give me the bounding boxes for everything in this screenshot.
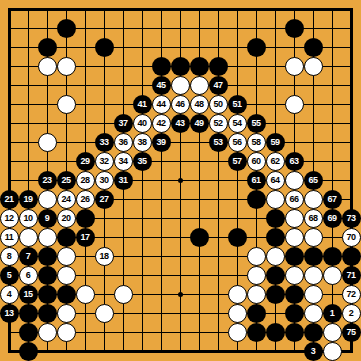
white-stone — [285, 228, 304, 247]
white-stone — [114, 285, 133, 304]
black-stone — [342, 247, 361, 266]
black-stone — [209, 57, 228, 76]
white-stone — [95, 304, 114, 323]
black-stone-move-65: 65 — [304, 171, 323, 190]
black-stone-move-1: 1 — [323, 304, 342, 323]
black-stone — [304, 38, 323, 57]
black-stone-move-21: 21 — [0, 190, 19, 209]
black-stone — [190, 57, 209, 76]
white-stone-move-38: 38 — [133, 133, 152, 152]
white-stone-move-34: 34 — [114, 152, 133, 171]
white-stone — [323, 342, 342, 361]
black-stone — [285, 19, 304, 38]
white-stone — [57, 304, 76, 323]
white-stone-move-72: 72 — [342, 285, 361, 304]
white-stone-move-50: 50 — [209, 95, 228, 114]
white-stone-move-36: 36 — [114, 133, 133, 152]
black-stone-move-25: 25 — [57, 171, 76, 190]
black-stone — [152, 57, 171, 76]
black-stone — [285, 304, 304, 323]
white-stone — [304, 266, 323, 285]
white-stone — [57, 247, 76, 266]
white-stone — [228, 304, 247, 323]
black-stone-move-3: 3 — [304, 342, 323, 361]
black-stone-move-15: 15 — [19, 285, 38, 304]
white-stone — [38, 133, 57, 152]
black-stone — [247, 304, 266, 323]
white-stone-move-44: 44 — [152, 95, 171, 114]
black-stone — [95, 38, 114, 57]
black-stone — [38, 38, 57, 57]
black-stone-move-9: 9 — [38, 209, 57, 228]
black-stone — [266, 266, 285, 285]
white-stone-move-40: 40 — [133, 114, 152, 133]
white-stone — [57, 323, 76, 342]
black-stone — [19, 323, 38, 342]
white-stone — [38, 228, 57, 247]
white-stone — [266, 247, 285, 266]
white-stone-move-18: 18 — [95, 247, 114, 266]
black-stone-move-37: 37 — [114, 114, 133, 133]
black-stone-move-57: 57 — [228, 152, 247, 171]
black-stone — [57, 285, 76, 304]
white-stone — [323, 266, 342, 285]
white-stone — [247, 247, 266, 266]
white-stone — [57, 95, 76, 114]
black-stone — [190, 228, 209, 247]
black-stone — [285, 285, 304, 304]
black-stone — [57, 228, 76, 247]
black-stone — [266, 285, 285, 304]
black-stone — [247, 38, 266, 57]
black-stone — [38, 285, 57, 304]
black-stone — [323, 247, 342, 266]
black-stone-move-29: 29 — [76, 152, 95, 171]
white-stone-move-12: 12 — [0, 209, 19, 228]
black-stone-move-43: 43 — [171, 114, 190, 133]
white-stone-move-54: 54 — [228, 114, 247, 133]
black-stone-move-69: 69 — [323, 209, 342, 228]
white-stone — [304, 304, 323, 323]
white-stone-move-60: 60 — [247, 152, 266, 171]
white-stone-move-20: 20 — [57, 209, 76, 228]
white-stone — [285, 266, 304, 285]
black-stone — [38, 304, 57, 323]
white-stone — [304, 228, 323, 247]
black-stone-move-75: 75 — [342, 323, 361, 342]
black-stone-move-31: 31 — [114, 171, 133, 190]
black-stone — [38, 266, 57, 285]
white-stone-move-68: 68 — [304, 209, 323, 228]
white-stone — [57, 266, 76, 285]
black-stone-move-59: 59 — [266, 133, 285, 152]
white-stone-move-11: 11 — [0, 228, 19, 247]
black-stone — [247, 190, 266, 209]
white-stone-move-28: 28 — [76, 171, 95, 190]
white-stone — [285, 95, 304, 114]
white-stone-move-56: 56 — [228, 133, 247, 152]
black-stone-move-47: 47 — [209, 76, 228, 95]
black-stone — [266, 228, 285, 247]
white-stone-move-32: 32 — [95, 152, 114, 171]
white-stone — [285, 57, 304, 76]
black-stone-move-35: 35 — [133, 152, 152, 171]
black-stone — [19, 342, 38, 361]
black-stone — [285, 323, 304, 342]
white-stone-move-6: 6 — [19, 266, 38, 285]
black-stone — [38, 247, 57, 266]
black-stone — [247, 323, 266, 342]
black-stone-move-51: 51 — [228, 95, 247, 114]
white-stone — [285, 209, 304, 228]
white-stone-move-70: 70 — [342, 228, 361, 247]
black-stone-move-49: 49 — [190, 114, 209, 133]
black-stone — [171, 57, 190, 76]
white-stone-move-8: 8 — [0, 247, 19, 266]
black-stone-move-67: 67 — [323, 190, 342, 209]
white-stone — [323, 323, 342, 342]
black-stone-move-7: 7 — [19, 247, 38, 266]
black-stone — [19, 304, 38, 323]
white-stone — [38, 57, 57, 76]
white-stone-move-30: 30 — [95, 171, 114, 190]
black-stone — [285, 247, 304, 266]
black-stone-move-39: 39 — [152, 133, 171, 152]
black-stone — [266, 323, 285, 342]
black-stone — [228, 228, 247, 247]
white-stone-move-10: 10 — [19, 209, 38, 228]
white-stone — [76, 285, 95, 304]
white-stone — [190, 76, 209, 95]
white-stone — [19, 228, 38, 247]
go-board-diagram: 4547414446485051374042434952545533363839… — [0, 0, 361, 361]
black-stone — [304, 247, 323, 266]
black-stone-move-17: 17 — [76, 228, 95, 247]
white-stone-move-26: 26 — [76, 190, 95, 209]
black-stone-move-73: 73 — [342, 209, 361, 228]
black-stone-move-55: 55 — [247, 114, 266, 133]
white-stone — [304, 285, 323, 304]
black-stone-move-13: 13 — [0, 304, 19, 323]
white-stone-move-58: 58 — [247, 133, 266, 152]
white-stone — [304, 57, 323, 76]
white-stone-move-62: 62 — [266, 152, 285, 171]
black-stone-move-71: 71 — [342, 266, 361, 285]
white-stone-move-64: 64 — [266, 171, 285, 190]
black-stone — [76, 209, 95, 228]
white-stone-move-46: 46 — [171, 95, 190, 114]
stones-layer: 4547414446485051374042434952545533363839… — [0, 0, 361, 361]
black-stone-move-61: 61 — [247, 171, 266, 190]
black-stone-move-53: 53 — [209, 133, 228, 152]
black-stone-move-27: 27 — [95, 190, 114, 209]
white-stone — [38, 323, 57, 342]
black-stone-move-19: 19 — [19, 190, 38, 209]
white-stone — [228, 323, 247, 342]
white-stone — [304, 190, 323, 209]
black-stone-move-41: 41 — [133, 95, 152, 114]
white-stone-move-24: 24 — [57, 190, 76, 209]
black-stone-move-63: 63 — [285, 152, 304, 171]
white-stone — [171, 76, 190, 95]
white-stone — [266, 190, 285, 209]
white-stone — [38, 190, 57, 209]
white-stone-move-2: 2 — [342, 304, 361, 323]
white-stone-move-66: 66 — [285, 190, 304, 209]
black-stone-move-33: 33 — [95, 133, 114, 152]
black-stone-move-23: 23 — [38, 171, 57, 190]
white-stone — [247, 285, 266, 304]
white-stone — [228, 285, 247, 304]
black-stone-move-5: 5 — [0, 266, 19, 285]
white-stone-move-42: 42 — [152, 114, 171, 133]
white-stone-move-52: 52 — [209, 114, 228, 133]
black-stone-move-45: 45 — [152, 76, 171, 95]
white-stone-move-48: 48 — [190, 95, 209, 114]
white-stone — [247, 266, 266, 285]
black-stone — [57, 19, 76, 38]
black-stone — [304, 323, 323, 342]
white-stone — [57, 57, 76, 76]
white-stone — [285, 171, 304, 190]
black-stone — [266, 209, 285, 228]
white-stone-move-4: 4 — [0, 285, 19, 304]
